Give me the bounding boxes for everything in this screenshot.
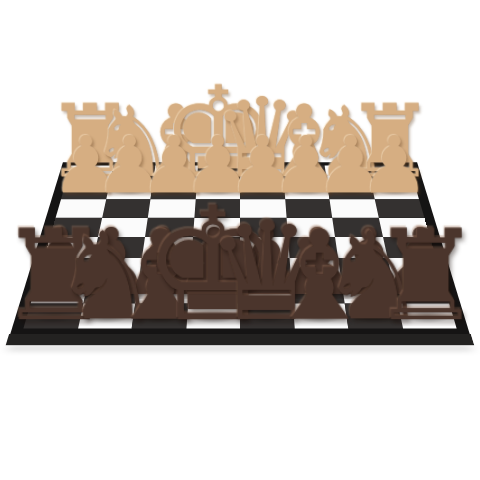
chessboard: ♜♞♝♚♛♝♞♜♟♟♟♟♟♟♟♟♟♟♟♟♟♟♟♟♜♞♝♚♛♝♞♜ <box>10 162 469 334</box>
square-a8[interactable]: ♜ <box>397 303 457 328</box>
board-perspective-wrapper: ♜♞♝♚♛♝♞♜♟♟♟♟♟♟♟♟♟♟♟♟♟♟♟♟♜♞♝♚♛♝♞♜ <box>40 37 440 437</box>
chess-scene: ♜♞♝♚♛♝♞♜♟♟♟♟♟♟♟♟♟♟♟♟♟♟♟♟♜♞♝♚♛♝♞♜ <box>0 0 480 480</box>
board-grid: ♜♞♝♚♛♝♞♜♟♟♟♟♟♟♟♟♟♟♟♟♟♟♟♟♜♞♝♚♛♝♞♜ <box>23 165 456 328</box>
